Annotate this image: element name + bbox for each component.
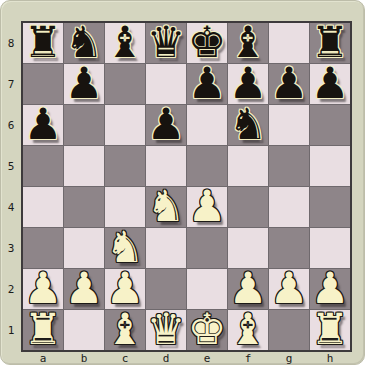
rank-label-6: 6 (1, 105, 21, 145)
square-d1[interactable]: ♛ (146, 310, 186, 350)
file-label-f: f (228, 352, 268, 365)
rank-label-2: 2 (1, 269, 21, 309)
rank-label-1: 1 (1, 310, 21, 350)
square-g5[interactable] (269, 146, 309, 186)
chess-board[interactable]: ♜♞♝♛♚♝♜♟♟♟♟♟♟♟♞♞♟♞♟♟♟♟♟♟♜♝♛♚♝♜ (21, 21, 352, 352)
square-h7[interactable]: ♟ (310, 64, 350, 104)
square-d2[interactable] (146, 269, 186, 309)
piece-white-pawn[interactable]: ♟ (270, 267, 309, 310)
square-a4[interactable] (23, 187, 63, 227)
rank-label-4: 4 (1, 187, 21, 227)
square-b6[interactable] (64, 105, 104, 145)
square-f1[interactable]: ♝ (228, 310, 268, 350)
square-e3[interactable] (187, 228, 227, 268)
rank-label-3: 3 (1, 228, 21, 268)
file-label-a: a (23, 352, 63, 365)
piece-black-knight[interactable]: ♞ (229, 103, 268, 146)
square-c6[interactable] (105, 105, 145, 145)
square-f3[interactable] (228, 228, 268, 268)
square-f7[interactable]: ♟ (228, 64, 268, 104)
square-c1[interactable]: ♝ (105, 310, 145, 350)
piece-black-rook[interactable]: ♜ (24, 21, 63, 64)
piece-white-rook[interactable]: ♜ (24, 308, 63, 351)
square-d3[interactable] (146, 228, 186, 268)
square-c4[interactable] (105, 187, 145, 227)
rank-label-8: 8 (1, 23, 21, 63)
square-e5[interactable] (187, 146, 227, 186)
square-e7[interactable]: ♟ (187, 64, 227, 104)
square-c5[interactable] (105, 146, 145, 186)
square-c3[interactable]: ♞ (105, 228, 145, 268)
file-label-d: d (146, 352, 186, 365)
piece-white-queen[interactable]: ♛ (147, 308, 186, 351)
square-f4[interactable] (228, 187, 268, 227)
piece-black-queen[interactable]: ♛ (147, 21, 186, 64)
square-c2[interactable]: ♟ (105, 269, 145, 309)
square-f2[interactable]: ♟ (228, 269, 268, 309)
square-g7[interactable]: ♟ (269, 64, 309, 104)
square-a5[interactable] (23, 146, 63, 186)
square-g2[interactable]: ♟ (269, 269, 309, 309)
square-e1[interactable]: ♚ (187, 310, 227, 350)
square-a1[interactable]: ♜ (23, 310, 63, 350)
square-h1[interactable]: ♜ (310, 310, 350, 350)
square-h2[interactable]: ♟ (310, 269, 350, 309)
square-h8[interactable]: ♜ (310, 23, 350, 63)
square-e6[interactable] (187, 105, 227, 145)
square-b5[interactable] (64, 146, 104, 186)
square-g6[interactable] (269, 105, 309, 145)
file-labels: abcdefgh (23, 352, 350, 365)
square-b7[interactable]: ♟ (64, 64, 104, 104)
square-h3[interactable] (310, 228, 350, 268)
square-a3[interactable] (23, 228, 63, 268)
square-d4[interactable]: ♞ (146, 187, 186, 227)
square-e4[interactable]: ♟ (187, 187, 227, 227)
piece-white-bishop[interactable]: ♝ (106, 308, 145, 351)
board-panel: 87654321 ♜♞♝♛♚♝♜♟♟♟♟♟♟♟♞♞♟♞♟♟♟♟♟♟♜♝♛♚♝♜ … (0, 0, 365, 365)
square-d6[interactable]: ♟ (146, 105, 186, 145)
square-c8[interactable]: ♝ (105, 23, 145, 63)
file-label-h: h (310, 352, 350, 365)
square-f8[interactable]: ♝ (228, 23, 268, 63)
square-c7[interactable] (105, 64, 145, 104)
square-e2[interactable] (187, 269, 227, 309)
square-g1[interactable] (269, 310, 309, 350)
square-d7[interactable] (146, 64, 186, 104)
square-b1[interactable] (64, 310, 104, 350)
rank-labels: 87654321 (1, 23, 21, 350)
piece-black-pawn[interactable]: ♟ (24, 103, 63, 146)
piece-white-knight[interactable]: ♞ (147, 185, 186, 228)
square-d5[interactable] (146, 146, 186, 186)
piece-black-pawn[interactable]: ♟ (147, 103, 186, 146)
piece-white-pawn[interactable]: ♟ (188, 185, 227, 228)
square-e8[interactable]: ♚ (187, 23, 227, 63)
square-b8[interactable]: ♞ (64, 23, 104, 63)
square-f5[interactable] (228, 146, 268, 186)
square-g4[interactable] (269, 187, 309, 227)
file-label-e: e (187, 352, 227, 365)
square-d8[interactable]: ♛ (146, 23, 186, 63)
square-a8[interactable]: ♜ (23, 23, 63, 63)
piece-black-pawn[interactable]: ♟ (270, 62, 309, 105)
file-label-g: g (269, 352, 309, 365)
piece-white-bishop[interactable]: ♝ (229, 308, 268, 351)
rank-label-7: 7 (1, 64, 21, 104)
square-h6[interactable] (310, 105, 350, 145)
piece-white-pawn[interactable]: ♟ (65, 267, 104, 310)
file-label-c: c (105, 352, 145, 365)
piece-black-pawn[interactable]: ♟ (188, 62, 227, 105)
square-a7[interactable] (23, 64, 63, 104)
rank-label-5: 5 (1, 146, 21, 186)
square-a2[interactable]: ♟ (23, 269, 63, 309)
piece-white-king[interactable]: ♚ (188, 308, 227, 351)
file-label-b: b (64, 352, 104, 365)
square-h5[interactable] (310, 146, 350, 186)
piece-white-rook[interactable]: ♜ (311, 308, 350, 351)
square-g3[interactable] (269, 228, 309, 268)
square-f6[interactable]: ♞ (228, 105, 268, 145)
square-b2[interactable]: ♟ (64, 269, 104, 309)
piece-black-bishop[interactable]: ♝ (106, 21, 145, 64)
square-h4[interactable] (310, 187, 350, 227)
square-g8[interactable] (269, 23, 309, 63)
piece-black-pawn[interactable]: ♟ (65, 62, 104, 105)
piece-black-pawn[interactable]: ♟ (311, 62, 350, 105)
square-b4[interactable] (64, 187, 104, 227)
square-a6[interactable]: ♟ (23, 105, 63, 145)
square-b3[interactable] (64, 228, 104, 268)
